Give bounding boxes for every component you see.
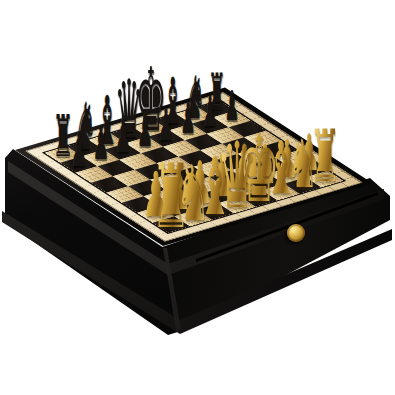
chess-set-product-photo: ♜♞♝♛♚♝♞♜♟♟♟♟♟♟♟♟♟♟♟♟♟♟♟♟♜♞♝♛♚♝♞♜ [0,0,395,395]
drawer-knob [287,224,305,242]
